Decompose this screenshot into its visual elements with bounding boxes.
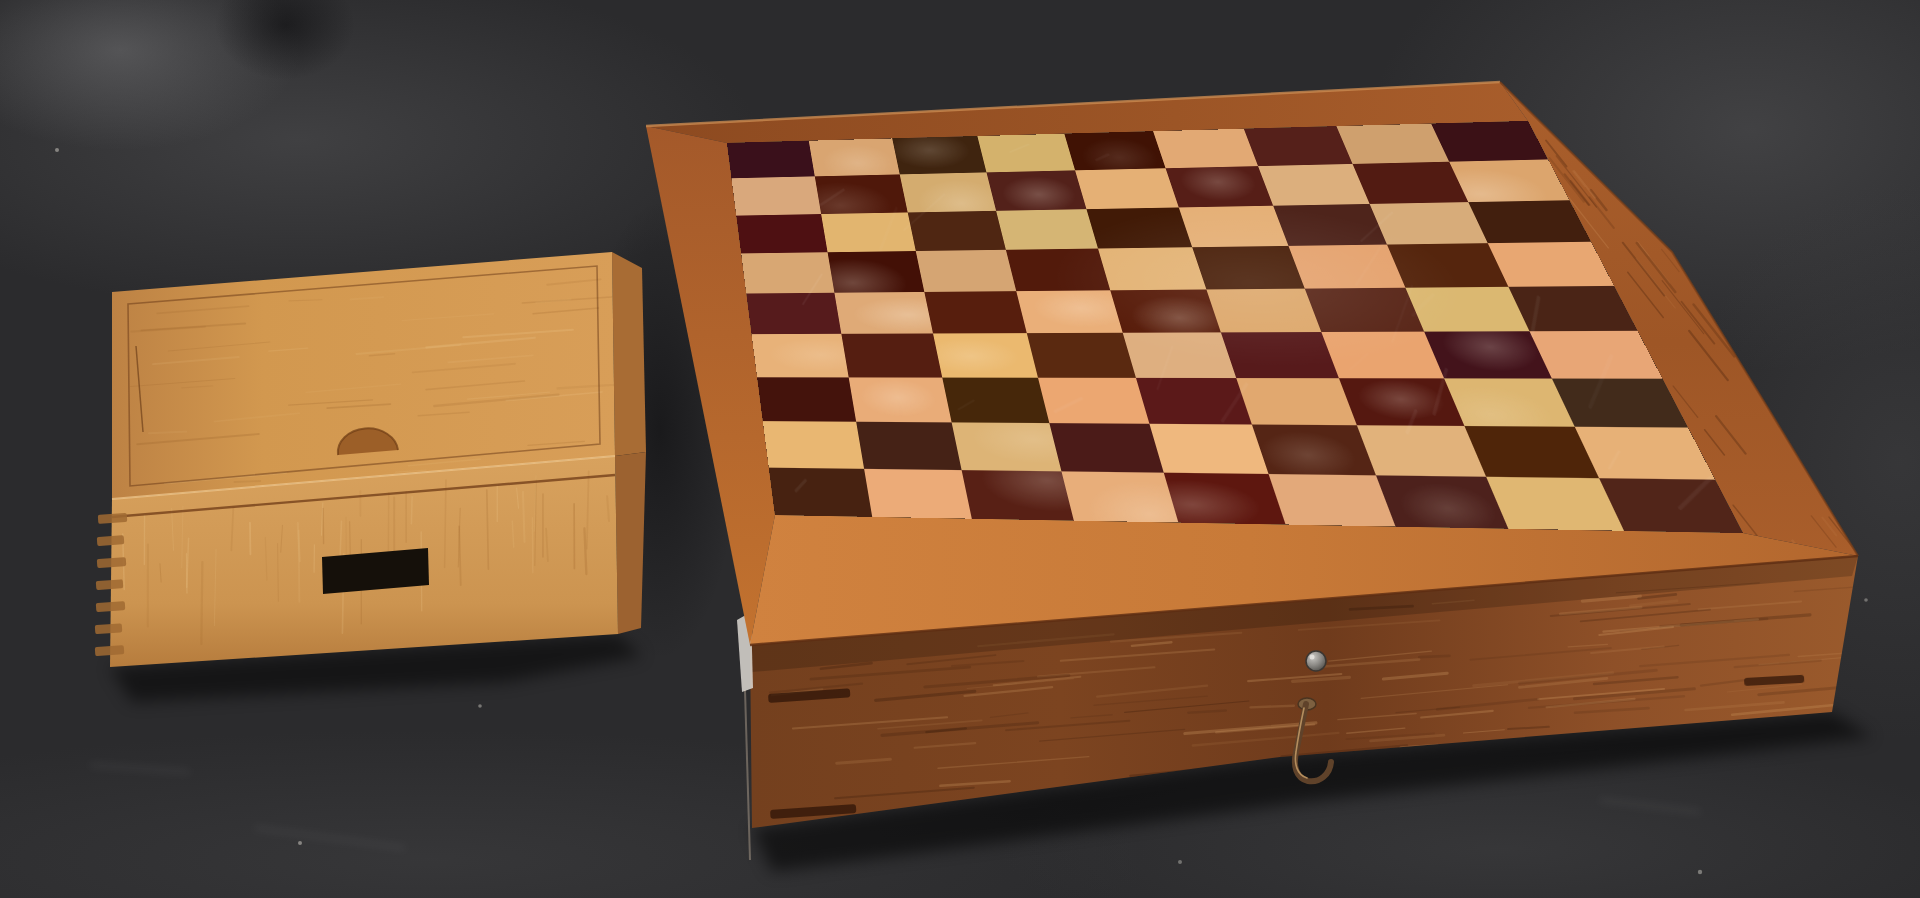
square-5-6[interactable] xyxy=(1321,332,1444,378)
square-1-6[interactable] xyxy=(1258,164,1369,205)
square-0-4[interactable] xyxy=(1064,131,1165,170)
square-7-4[interactable] xyxy=(1149,424,1268,474)
square-2-7[interactable] xyxy=(1370,202,1488,245)
square-6-0[interactable] xyxy=(757,377,856,422)
square-3-5[interactable] xyxy=(1192,246,1304,289)
square-2-6[interactable] xyxy=(1273,204,1387,246)
square-1-2[interactable] xyxy=(900,173,996,213)
square-6-1[interactable] xyxy=(849,377,952,422)
square-5-5[interactable] xyxy=(1221,332,1339,378)
square-1-0[interactable] xyxy=(732,177,822,216)
square-7-2[interactable] xyxy=(952,423,1062,471)
square-8-3[interactable] xyxy=(1061,471,1178,523)
square-3-8[interactable] xyxy=(1488,242,1614,287)
square-4-2[interactable] xyxy=(924,291,1027,334)
square-2-1[interactable] xyxy=(821,212,916,252)
square-8-5[interactable] xyxy=(1268,473,1395,526)
square-5-2[interactable] xyxy=(933,333,1038,377)
pieces-box-side xyxy=(612,252,646,456)
square-6-3[interactable] xyxy=(1038,377,1150,424)
square-7-3[interactable] xyxy=(1049,423,1163,472)
square-7-1[interactable] xyxy=(856,422,961,470)
square-4-4[interactable] xyxy=(1110,289,1221,333)
dome-screw xyxy=(1306,651,1326,671)
square-2-8[interactable] xyxy=(1468,200,1591,243)
square-1-7[interactable] xyxy=(1353,162,1469,204)
square-4-5[interactable] xyxy=(1206,288,1321,332)
square-5-1[interactable] xyxy=(841,334,942,378)
square-1-5[interactable] xyxy=(1166,166,1273,207)
square-1-8[interactable] xyxy=(1449,160,1569,202)
screw-highlight xyxy=(1310,655,1315,660)
square-2-5[interactable] xyxy=(1179,206,1289,248)
square-8-0[interactable] xyxy=(769,467,872,517)
square-4-6[interactable] xyxy=(1305,287,1425,332)
square-8-2[interactable] xyxy=(962,470,1074,521)
square-3-2[interactable] xyxy=(916,250,1016,292)
square-8-1[interactable] xyxy=(864,468,972,518)
square-0-7[interactable] xyxy=(1336,124,1449,165)
square-2-4[interactable] xyxy=(1086,207,1192,248)
pieces-box xyxy=(95,252,649,667)
square-6-4[interactable] xyxy=(1136,378,1252,425)
square-1-1[interactable] xyxy=(815,175,908,214)
square-0-0[interactable] xyxy=(727,141,815,179)
square-4-1[interactable] xyxy=(834,292,933,334)
square-6-2[interactable] xyxy=(942,377,1049,423)
square-3-4[interactable] xyxy=(1098,248,1206,291)
square-4-3[interactable] xyxy=(1016,290,1123,333)
square-0-1[interactable] xyxy=(809,138,900,176)
square-6-5[interactable] xyxy=(1236,378,1357,426)
square-3-0[interactable] xyxy=(741,253,834,294)
square-1-4[interactable] xyxy=(1075,169,1179,209)
square-0-2[interactable] xyxy=(892,136,986,175)
square-0-8[interactable] xyxy=(1431,121,1548,162)
square-6-6[interactable] xyxy=(1339,378,1465,426)
square-2-2[interactable] xyxy=(908,211,1006,252)
photo-stage: Antique wooden games box whose lid is an… xyxy=(0,0,1920,898)
square-5-4[interactable] xyxy=(1123,333,1236,378)
square-5-3[interactable] xyxy=(1027,333,1136,378)
square-0-3[interactable] xyxy=(977,134,1075,173)
square-7-0[interactable] xyxy=(763,421,864,468)
square-0-5[interactable] xyxy=(1153,129,1258,169)
square-1-3[interactable] xyxy=(987,171,1087,211)
square-2-3[interactable] xyxy=(996,209,1098,250)
square-8-4[interactable] xyxy=(1164,472,1286,524)
square-5-0[interactable] xyxy=(752,334,849,377)
square-4-0[interactable] xyxy=(746,293,841,335)
square-3-3[interactable] xyxy=(1006,249,1110,291)
square-3-6[interactable] xyxy=(1289,245,1406,289)
square-7-5[interactable] xyxy=(1252,425,1376,475)
square-0-6[interactable] xyxy=(1244,126,1353,166)
square-2-0[interactable] xyxy=(736,214,827,254)
square-3-1[interactable] xyxy=(828,251,925,292)
pieces-box-side-lower xyxy=(615,452,646,634)
